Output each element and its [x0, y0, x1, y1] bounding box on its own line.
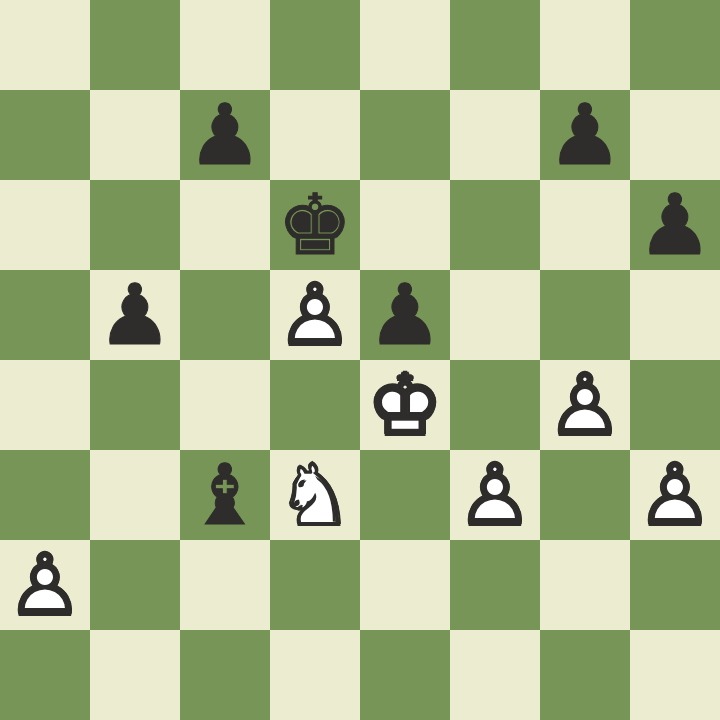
square-f4[interactable] — [450, 360, 540, 450]
piece-white-pawn-icon[interactable]: ♟♙ — [450, 450, 540, 540]
square-b8[interactable] — [90, 0, 180, 90]
square-e5[interactable]: ♟ — [360, 270, 450, 360]
piece-black-pawn-icon[interactable]: ♟ — [360, 270, 450, 360]
square-h7[interactable] — [630, 90, 720, 180]
square-f3[interactable]: ♟♙ — [450, 450, 540, 540]
square-b1[interactable] — [90, 630, 180, 720]
piece-outline-layer: ♙ — [0, 540, 90, 630]
square-g8[interactable] — [540, 0, 630, 90]
square-c1[interactable] — [180, 630, 270, 720]
square-c3[interactable]: ♝ — [180, 450, 270, 540]
square-e3[interactable] — [360, 450, 450, 540]
square-g3[interactable] — [540, 450, 630, 540]
square-b2[interactable] — [90, 540, 180, 630]
chess-board: ♟♟♚♟♟♟♙♟♚♔♟♙♝♞♘♟♙♟♙♟♙ — [0, 0, 720, 720]
piece-black-pawn-icon[interactable]: ♟ — [180, 90, 270, 180]
square-b6[interactable] — [90, 180, 180, 270]
square-b7[interactable] — [90, 90, 180, 180]
square-d5[interactable]: ♟♙ — [270, 270, 360, 360]
square-f6[interactable] — [450, 180, 540, 270]
piece-white-knight-icon[interactable]: ♞♘ — [270, 450, 360, 540]
square-b3[interactable] — [90, 450, 180, 540]
piece-outline-layer: ♙ — [630, 450, 720, 540]
square-c6[interactable] — [180, 180, 270, 270]
square-e8[interactable] — [360, 0, 450, 90]
square-d2[interactable] — [270, 540, 360, 630]
piece-black-pawn-icon[interactable]: ♟ — [90, 270, 180, 360]
square-e1[interactable] — [360, 630, 450, 720]
piece-black-pawn-icon[interactable]: ♟ — [540, 90, 630, 180]
piece-outline-layer: ♙ — [540, 360, 630, 450]
square-d4[interactable] — [270, 360, 360, 450]
square-a6[interactable] — [0, 180, 90, 270]
square-h1[interactable] — [630, 630, 720, 720]
square-g2[interactable] — [540, 540, 630, 630]
square-c2[interactable] — [180, 540, 270, 630]
piece-black-king-icon[interactable]: ♚ — [270, 180, 360, 270]
square-a8[interactable] — [0, 0, 90, 90]
square-h5[interactable] — [630, 270, 720, 360]
square-a5[interactable] — [0, 270, 90, 360]
piece-white-pawn-icon[interactable]: ♟♙ — [540, 360, 630, 450]
square-d6[interactable]: ♚ — [270, 180, 360, 270]
square-f5[interactable] — [450, 270, 540, 360]
square-e2[interactable] — [360, 540, 450, 630]
piece-outline-layer: ♙ — [270, 270, 360, 360]
piece-white-pawn-icon[interactable]: ♟♙ — [0, 540, 90, 630]
square-a7[interactable] — [0, 90, 90, 180]
square-d3[interactable]: ♞♘ — [270, 450, 360, 540]
piece-white-king-icon[interactable]: ♚♔ — [360, 360, 450, 450]
piece-black-pawn-icon[interactable]: ♟ — [630, 180, 720, 270]
square-a4[interactable] — [0, 360, 90, 450]
piece-outline-layer: ♔ — [360, 360, 450, 450]
square-d8[interactable] — [270, 0, 360, 90]
square-f7[interactable] — [450, 90, 540, 180]
piece-black-bishop-icon[interactable]: ♝ — [180, 450, 270, 540]
square-h8[interactable] — [630, 0, 720, 90]
square-a1[interactable] — [0, 630, 90, 720]
square-c7[interactable]: ♟ — [180, 90, 270, 180]
square-b5[interactable]: ♟ — [90, 270, 180, 360]
square-c8[interactable] — [180, 0, 270, 90]
square-h2[interactable] — [630, 540, 720, 630]
square-a2[interactable]: ♟♙ — [0, 540, 90, 630]
square-h4[interactable] — [630, 360, 720, 450]
piece-white-pawn-icon[interactable]: ♟♙ — [270, 270, 360, 360]
square-g7[interactable]: ♟ — [540, 90, 630, 180]
square-f8[interactable] — [450, 0, 540, 90]
square-d7[interactable] — [270, 90, 360, 180]
square-a3[interactable] — [0, 450, 90, 540]
piece-outline-layer: ♙ — [450, 450, 540, 540]
piece-white-pawn-icon[interactable]: ♟♙ — [630, 450, 720, 540]
square-b4[interactable] — [90, 360, 180, 450]
square-g4[interactable]: ♟♙ — [540, 360, 630, 450]
square-g6[interactable] — [540, 180, 630, 270]
square-f1[interactable] — [450, 630, 540, 720]
square-e4[interactable]: ♚♔ — [360, 360, 450, 450]
square-e6[interactable] — [360, 180, 450, 270]
square-h3[interactable]: ♟♙ — [630, 450, 720, 540]
piece-outline-layer: ♘ — [270, 450, 360, 540]
square-g5[interactable] — [540, 270, 630, 360]
square-h6[interactable]: ♟ — [630, 180, 720, 270]
square-e7[interactable] — [360, 90, 450, 180]
square-f2[interactable] — [450, 540, 540, 630]
square-d1[interactable] — [270, 630, 360, 720]
square-c4[interactable] — [180, 360, 270, 450]
square-c5[interactable] — [180, 270, 270, 360]
square-g1[interactable] — [540, 630, 630, 720]
